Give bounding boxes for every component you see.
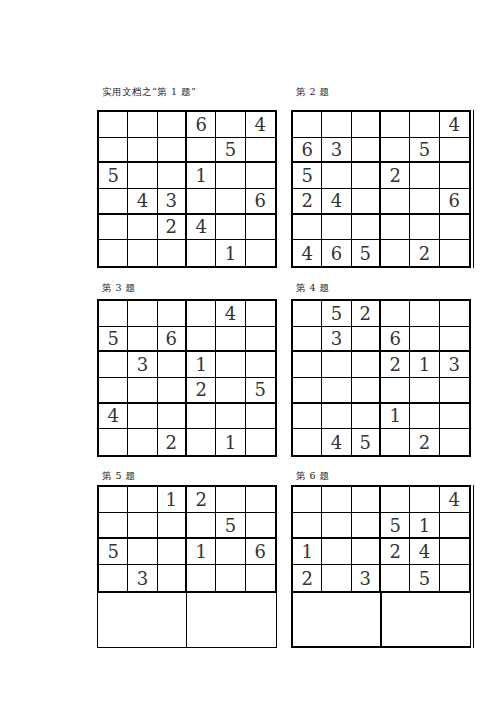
cell-r2c5 [410,327,439,353]
cell-r6c2: 6 [322,240,351,266]
puzzle-6-lower-right-box [382,593,471,646]
puzzle-3-board: 4563125421 [97,299,277,457]
cell-r6c2 [128,429,157,455]
cell-r6c6 [246,240,275,266]
cell-r4c3 [352,378,381,404]
cell-r5c5 [410,404,439,430]
cell-r3c3 [158,352,187,378]
cell-r5c3: 2 [158,215,187,241]
cell-r6c2: 4 [322,429,351,455]
worksheet-page: 实用文档之“第 1 题” 64551436241 第 2 题 463552246… [0,0,496,702]
cell-r4c4: 2 [187,378,216,404]
cell-r2c5: 5 [410,138,439,164]
cell-r3c3 [352,163,381,189]
cell-r4c2: 4 [322,189,351,215]
cell-r3c5 [216,352,245,378]
cell-r5c1 [293,404,322,430]
cell-r2c4: 6 [381,327,410,353]
puzzle-6-unrendered-rows [291,593,471,648]
cell-r2c2 [128,327,157,353]
cell-r1c4 [187,301,216,327]
cell-r2c1 [293,327,322,353]
cell-r3c4: 1 [187,539,216,565]
cell-r6c1 [293,429,322,455]
cell-r1c3 [352,487,381,513]
cell-r1c5 [216,112,245,138]
cell-r1c6 [246,301,275,327]
cell-r1c6: 4 [440,112,469,138]
cell-r1c1 [99,112,128,138]
cell-r5c4: 4 [187,215,216,241]
cell-r6c1 [99,240,128,266]
puzzle-4-board: 52362131452 [291,299,471,457]
cell-r1c6: 4 [246,112,275,138]
cell-r5c5 [410,215,439,241]
cell-r2c2 [322,513,351,539]
puzzle-6-board: 451124235 [291,485,471,593]
cell-r6c2 [128,240,157,266]
cell-r3c6 [246,352,275,378]
cell-r4c5 [216,189,245,215]
cell-r4c3 [158,565,187,591]
cell-r3c5: 1 [410,352,439,378]
puzzle-1-title: 实用文档之“第 1 题” [102,86,287,98]
cell-r5c6 [440,404,469,430]
cell-r3c6: 6 [246,539,275,565]
cell-r3c6: 3 [440,352,469,378]
cell-r2c1 [99,513,128,539]
cell-r4c2 [322,378,351,404]
cell-r4c6 [440,565,469,591]
cell-r6c5: 1 [216,240,245,266]
puzzle-6: 第 6 题 451124235 [291,470,481,482]
cell-r1c2 [128,112,157,138]
cell-r4c6 [246,565,275,591]
cell-r3c1: 1 [293,539,322,565]
puzzle-6-lower-left-box [293,593,382,646]
puzzle-2: 第 2 题 4635522464652 [291,86,481,98]
cell-r2c5 [216,327,245,353]
cell-r2c3 [158,138,187,164]
cell-r1c4 [381,487,410,513]
cell-r4c4 [187,565,216,591]
cell-r5c5 [216,404,245,430]
puzzle-1: 实用文档之“第 1 题” 64551436241 [97,86,287,98]
cell-r6c3 [158,240,187,266]
cell-r6c1 [99,429,128,455]
cell-r1c1 [293,112,322,138]
cell-r4c6 [440,378,469,404]
cell-r5c3 [352,215,381,241]
cell-r1c5 [410,487,439,513]
cell-r5c3 [352,404,381,430]
cell-r1c3 [158,301,187,327]
cell-r1c5 [410,112,439,138]
outer-rim-line [473,485,474,648]
cell-r3c5 [216,163,245,189]
cell-r4c6: 6 [440,189,469,215]
cell-r4c4 [381,565,410,591]
cell-r2c4 [187,327,216,353]
cell-r6c5: 2 [410,429,439,455]
cell-r4c3: 3 [158,189,187,215]
cell-r5c1 [293,215,322,241]
cell-r4c5 [216,378,245,404]
cell-r4c1 [99,565,128,591]
cell-r4c6: 6 [246,189,275,215]
cell-r3c2 [128,539,157,565]
cell-r2c4 [187,513,216,539]
cell-r3c4: 2 [381,539,410,565]
puzzle-5-lower-left-box [98,593,187,647]
cell-r4c5 [410,189,439,215]
cell-r1c6: 4 [440,487,469,513]
cell-r2c2: 3 [322,327,351,353]
cell-r3c2: 3 [128,352,157,378]
cell-r5c1 [99,215,128,241]
cell-r5c4 [381,215,410,241]
cell-r1c3: 2 [352,301,381,327]
cell-r2c1 [99,138,128,164]
cell-r1c4 [381,112,410,138]
cell-r5c6 [246,215,275,241]
cell-r5c2 [322,215,351,241]
cell-r2c6 [246,513,275,539]
cell-r1c2 [322,487,351,513]
cell-r5c6 [246,404,275,430]
cell-r3c2 [322,352,351,378]
cell-r5c2 [128,404,157,430]
cell-r6c4 [381,240,410,266]
cell-r3c6 [440,539,469,565]
cell-r2c1: 5 [99,327,128,353]
cell-r2c6 [246,138,275,164]
puzzle-5-unrendered-rows [97,593,277,648]
cell-r3c1: 5 [293,163,322,189]
cell-r3c2 [322,163,351,189]
cell-r2c6 [440,513,469,539]
cell-r4c4 [381,189,410,215]
cell-r6c4 [187,240,216,266]
cell-r2c3 [352,327,381,353]
cell-r2c4: 5 [381,513,410,539]
cell-r6c6 [440,240,469,266]
cell-r1c3: 1 [158,487,187,513]
cell-r4c5 [410,378,439,404]
cell-r4c1 [293,378,322,404]
outer-rim-line [473,110,474,268]
cell-r2c3 [352,513,381,539]
cell-r2c2: 3 [322,138,351,164]
cell-r4c1: 2 [293,189,322,215]
cell-r2c6 [440,138,469,164]
cell-r2c5: 1 [410,513,439,539]
cell-r1c5 [410,301,439,327]
cell-r5c3 [158,404,187,430]
puzzle-5: 第 5 题 1255163 [97,470,287,482]
cell-r2c2 [128,513,157,539]
cell-r2c4 [381,138,410,164]
cell-r2c3 [352,138,381,164]
cell-r4c3 [352,189,381,215]
cell-r2c1: 6 [293,138,322,164]
puzzle-4: 第 4 题 52362131452 [291,282,481,294]
cell-r4c2: 4 [128,189,157,215]
cell-r3c5: 4 [410,539,439,565]
puzzle-2-title: 第 2 题 [296,86,481,98]
cell-r6c6 [246,429,275,455]
cell-r2c2 [128,138,157,164]
cell-r1c4 [381,301,410,327]
cell-r1c5: 4 [216,301,245,327]
cell-r5c5 [216,215,245,241]
cell-r1c2 [128,487,157,513]
cell-r4c2 [128,378,157,404]
cell-r1c1 [293,487,322,513]
cell-r1c4: 2 [187,487,216,513]
cell-r2c1 [293,513,322,539]
cell-r2c3: 6 [158,327,187,353]
cell-r6c5: 2 [410,240,439,266]
cell-r1c1 [99,487,128,513]
cell-r3c6 [440,163,469,189]
cell-r6c4 [187,429,216,455]
cell-r6c3: 5 [352,240,381,266]
cell-r2c6 [246,327,275,353]
cell-r5c6 [440,215,469,241]
cell-r4c2 [322,565,351,591]
puzzle-5-board: 1255163 [97,485,277,593]
puzzle-5-lower-right-box [187,593,276,647]
cell-r1c2: 5 [322,301,351,327]
puzzle-1-board: 64551436241 [97,110,277,268]
cell-r4c4 [187,189,216,215]
cell-r3c1: 5 [99,539,128,565]
cell-r6c3: 5 [352,429,381,455]
cell-r3c5 [410,163,439,189]
cell-r3c3 [352,352,381,378]
cell-r3c2 [322,539,351,565]
cell-r4c6: 5 [246,378,275,404]
cell-r4c5 [216,565,245,591]
cell-r5c4 [187,404,216,430]
cell-r1c1 [99,301,128,327]
cell-r3c3 [158,539,187,565]
cell-r4c5: 5 [410,565,439,591]
cell-r4c2: 3 [128,565,157,591]
cell-r2c3 [158,513,187,539]
cell-r4c1 [99,378,128,404]
cell-r1c3 [158,112,187,138]
cell-r4c4 [381,378,410,404]
cell-r5c2 [322,404,351,430]
puzzle-3-title: 第 3 题 [102,282,287,294]
cell-r4c1 [99,189,128,215]
cell-r1c4: 6 [187,112,216,138]
cell-r5c2 [128,215,157,241]
cell-r2c6 [440,327,469,353]
cell-r3c2 [128,163,157,189]
cell-r1c2 [128,301,157,327]
cell-r5c4: 1 [381,404,410,430]
cell-r1c6 [246,487,275,513]
cell-r3c1: 5 [99,163,128,189]
cell-r6c6 [440,429,469,455]
cell-r6c5: 1 [216,429,245,455]
cell-r4c1: 2 [293,565,322,591]
cell-r3c4: 1 [187,352,216,378]
cell-r1c2 [322,112,351,138]
cell-r2c4 [187,138,216,164]
cell-r1c3 [352,112,381,138]
cell-r3c5 [216,539,245,565]
cell-r3c4: 1 [187,163,216,189]
cell-r4c3 [158,378,187,404]
cell-r1c5 [216,487,245,513]
puzzle-5-title: 第 5 题 [102,470,287,482]
cell-r3c4: 2 [381,352,410,378]
cell-r3c3 [352,539,381,565]
cell-r6c4 [381,429,410,455]
cell-r2c5: 5 [216,138,245,164]
cell-r1c1 [293,301,322,327]
puzzle-6-title: 第 6 题 [296,470,481,482]
cell-r6c1: 4 [293,240,322,266]
cell-r2c5: 5 [216,513,245,539]
cell-r4c3: 3 [352,565,381,591]
cell-r3c1 [99,352,128,378]
cell-r3c1 [293,352,322,378]
puzzle-4-title: 第 4 题 [296,282,481,294]
puzzle-2-board: 4635522464652 [291,110,471,268]
cell-r5c1: 4 [99,404,128,430]
cell-r1c6 [440,301,469,327]
cell-r6c3: 2 [158,429,187,455]
puzzle-3: 第 3 题 4563125421 [97,282,287,294]
cell-r3c3 [158,163,187,189]
cell-r3c6 [246,163,275,189]
cell-r3c4: 2 [381,163,410,189]
